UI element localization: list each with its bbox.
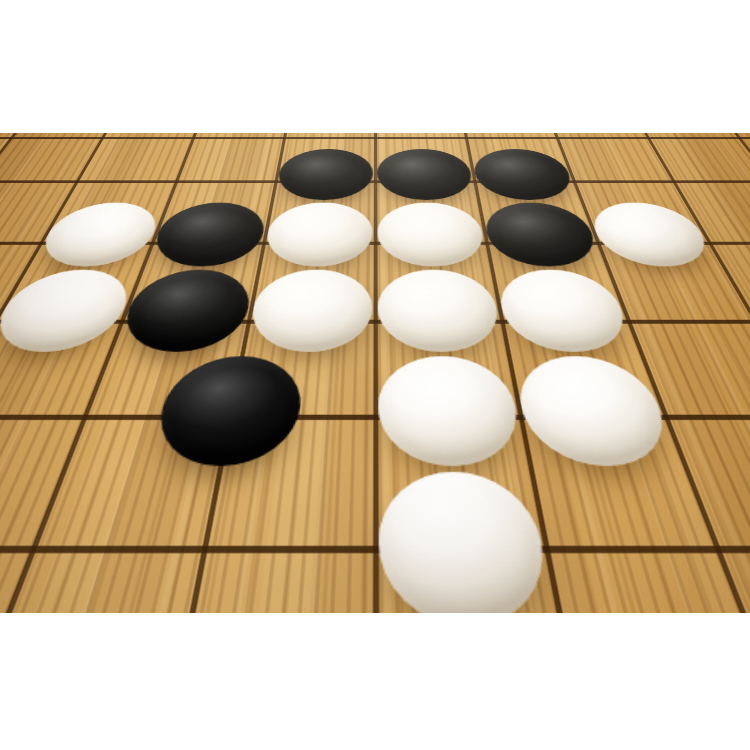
go-stone-white	[494, 270, 637, 352]
go-stone-black	[113, 270, 256, 352]
stones-layer	[0, 148, 750, 613]
go-stone-black	[470, 149, 579, 200]
go-stone-white	[378, 472, 556, 613]
go-stone-white	[377, 203, 488, 267]
top-white-margin	[0, 0, 750, 133]
go-stone-white	[378, 356, 526, 466]
go-stone-black	[377, 149, 476, 200]
go-stone-white	[511, 356, 681, 466]
go-stone-white	[0, 270, 139, 352]
go-board	[0, 133, 750, 613]
goban-photo	[0, 133, 750, 613]
grid-line-horizontal	[0, 137, 750, 139]
go-stone-white	[245, 270, 372, 352]
go-stone-black	[481, 203, 605, 267]
go-stone-black	[146, 203, 270, 267]
product-photo-page	[0, 0, 750, 750]
go-stone-black	[146, 356, 305, 466]
go-stone-white	[378, 270, 505, 352]
bottom-white-margin	[0, 613, 750, 750]
go-stone-black	[274, 149, 373, 200]
go-stone-white	[262, 203, 373, 267]
